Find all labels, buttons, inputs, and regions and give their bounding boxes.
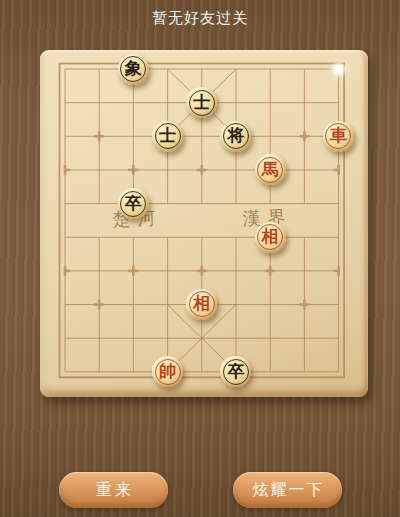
piece-red-elephant[interactable]: 相	[255, 222, 286, 253]
piece-grid[interactable]: 象士士将車馬卒相相帥卒	[48, 52, 356, 388]
piece-red-chariot[interactable]: 車	[323, 121, 354, 152]
piece-glyph: 車	[330, 127, 347, 144]
piece-glyph: 象	[125, 60, 142, 77]
piece-red-general[interactable]: 帥	[152, 356, 183, 387]
piece-black-elephant[interactable]: 象	[118, 54, 149, 85]
piece-glyph: 将	[227, 127, 244, 144]
piece-black-advisor[interactable]: 士	[186, 87, 217, 118]
piece-glyph: 士	[159, 127, 176, 144]
piece-glyph: 相	[193, 295, 210, 312]
piece-black-pawn[interactable]: 卒	[220, 356, 251, 387]
xiangqi-endgame-screen: 暂无好友过关 楚河 漢界 象士士将車馬卒相相帥卒 重来 炫耀一下	[0, 0, 400, 517]
xiangqi-board: 楚河 漢界 象士士将車馬卒相相帥卒	[40, 50, 368, 397]
page-title: 暂无好友过关	[0, 9, 400, 28]
piece-glyph: 卒	[227, 363, 244, 380]
piece-glyph: 士	[193, 94, 210, 111]
piece-glyph: 馬	[262, 161, 279, 178]
piece-glyph: 相	[262, 228, 279, 245]
piece-black-advisor[interactable]: 士	[152, 121, 183, 152]
piece-red-elephant[interactable]: 相	[186, 289, 217, 320]
show-off-button[interactable]: 炫耀一下	[233, 472, 342, 508]
piece-glyph: 卒	[125, 195, 142, 212]
corner-marker-dot	[334, 65, 343, 74]
piece-black-general[interactable]: 将	[220, 121, 251, 152]
piece-black-pawn[interactable]: 卒	[118, 188, 149, 219]
piece-red-horse[interactable]: 馬	[255, 154, 286, 185]
restart-button[interactable]: 重来	[59, 472, 168, 508]
piece-glyph: 帥	[159, 363, 176, 380]
